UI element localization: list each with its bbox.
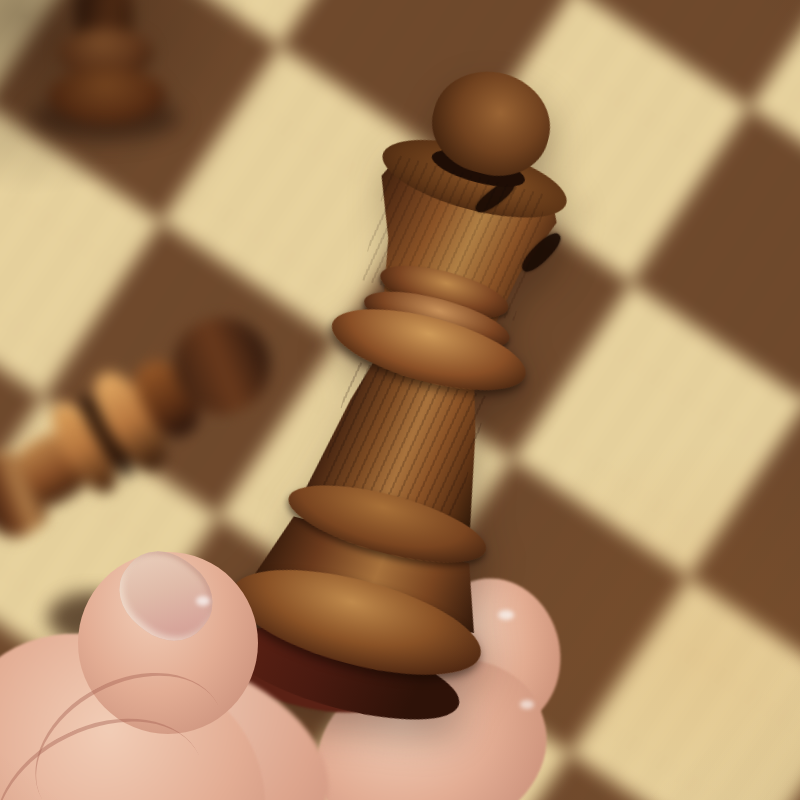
standing-piece <box>20 0 190 175</box>
photo-scene: ♛ <box>0 0 800 800</box>
board-shadow-blob <box>48 592 134 644</box>
standing-piece-base <box>48 67 166 125</box>
finger-specular-highlight <box>520 700 534 709</box>
